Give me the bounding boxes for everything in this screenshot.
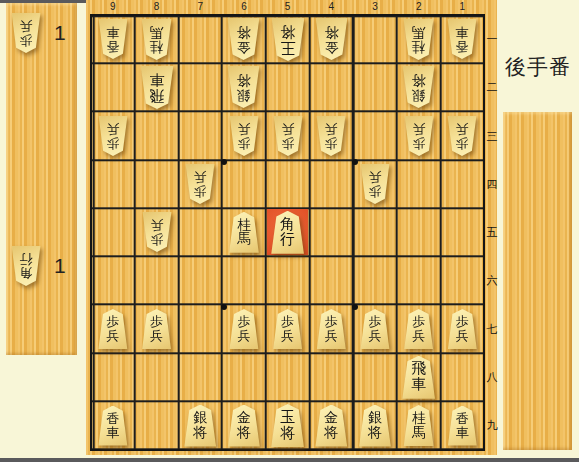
piece-飛車-sente: 飛車: [402, 356, 436, 399]
square-77[interactable]: [179, 306, 221, 352]
piece-歩兵-gote: 歩兵: [142, 212, 172, 252]
file-label-8: 8: [136, 0, 178, 13]
square-63[interactable]: 歩兵: [223, 113, 265, 159]
piece-銀将-sente: 銀将: [358, 405, 391, 447]
square-32[interactable]: [354, 64, 396, 110]
square-99[interactable]: 香車: [92, 402, 134, 448]
square-19[interactable]: 香車: [442, 402, 484, 448]
piece-歩兵-sente: 歩兵: [142, 309, 172, 349]
square-52[interactable]: [267, 64, 309, 110]
hand-piece-角行[interactable]: 角行1: [11, 246, 66, 286]
file-label-6: 6: [223, 0, 265, 13]
square-17[interactable]: 歩兵: [442, 306, 484, 352]
piece-歩兵-sente: 歩兵: [404, 309, 434, 349]
piece-飛車-gote: 飛車: [140, 66, 174, 109]
square-45[interactable]: [310, 209, 352, 255]
piece-金将-sente: 金将: [315, 405, 348, 447]
piece-歩兵-gote: 歩兵: [447, 116, 477, 156]
sente-captured-pieces-tray: [503, 112, 572, 450]
square-66[interactable]: [223, 257, 265, 303]
square-26[interactable]: [398, 257, 440, 303]
square-34[interactable]: 歩兵: [354, 161, 396, 207]
piece-香車-sente: 香車: [447, 406, 477, 446]
square-13[interactable]: 歩兵: [442, 113, 484, 159]
rank-label-4: 四: [486, 161, 498, 209]
piece-歩兵-sente: 歩兵: [447, 309, 477, 349]
square-95[interactable]: [92, 209, 134, 255]
piece-角行-sente: 角行: [271, 211, 305, 254]
square-37[interactable]: 歩兵: [354, 306, 396, 352]
piece-歩兵-sente: 歩兵: [273, 309, 303, 349]
piece-桂馬-sente: 桂馬: [403, 405, 434, 446]
piece-歩兵-sente: 歩兵: [360, 309, 390, 349]
square-21[interactable]: 桂馬: [398, 16, 440, 62]
square-89[interactable]: [136, 402, 178, 448]
piece-歩兵-sente: 歩兵: [98, 309, 128, 349]
shogi-board-grid: 香車桂馬金将王将金将桂馬香車飛車銀将銀将歩兵歩兵歩兵歩兵歩兵歩兵歩兵歩兵歩兵桂馬…: [90, 14, 485, 451]
square-55[interactable]: 角行: [267, 209, 309, 255]
square-86[interactable]: [136, 257, 178, 303]
square-12[interactable]: [442, 64, 484, 110]
rank-label-8: 八: [486, 354, 498, 402]
square-71[interactable]: [179, 16, 221, 62]
square-79[interactable]: 銀将: [179, 402, 221, 448]
file-label-4: 4: [310, 0, 352, 13]
square-54[interactable]: [267, 161, 309, 207]
square-22[interactable]: 銀将: [398, 64, 440, 110]
gote-captured-pieces-tray: 歩兵1角行1: [6, 3, 77, 355]
square-47[interactable]: 歩兵: [310, 306, 352, 352]
piece-香車-gote: 香車: [98, 19, 128, 59]
square-74[interactable]: 歩兵: [179, 161, 221, 207]
piece-桂馬-gote: 桂馬: [141, 19, 172, 60]
square-46[interactable]: [310, 257, 352, 303]
square-78[interactable]: [179, 354, 221, 400]
piece-香車-sente: 香車: [98, 406, 128, 446]
square-91[interactable]: 香車: [92, 16, 134, 62]
square-53[interactable]: 歩兵: [267, 113, 309, 159]
square-11[interactable]: 香車: [442, 16, 484, 62]
rank-label-2: 二: [486, 64, 498, 112]
square-58[interactable]: [267, 354, 309, 400]
hand-piece-count: 1: [54, 254, 66, 278]
hand-piece-歩兵[interactable]: 歩兵1: [11, 13, 66, 53]
square-76[interactable]: [179, 257, 221, 303]
rank-label-3: 三: [486, 113, 498, 161]
square-56[interactable]: [267, 257, 309, 303]
square-98[interactable]: [92, 354, 134, 400]
square-68[interactable]: [223, 354, 265, 400]
square-14[interactable]: [442, 161, 484, 207]
piece-歩兵-sente: 歩兵: [229, 309, 259, 349]
square-49[interactable]: 金将: [310, 402, 352, 448]
piece-金将-gote: 金将: [227, 18, 260, 60]
star-point: [221, 159, 227, 165]
hand-piece-count: 1: [54, 21, 66, 45]
square-24[interactable]: [398, 161, 440, 207]
file-label-3: 3: [354, 0, 396, 13]
window-bottom-edge: [0, 458, 579, 462]
square-23[interactable]: 歩兵: [398, 113, 440, 159]
square-27[interactable]: 歩兵: [398, 306, 440, 352]
square-41[interactable]: 金将: [310, 16, 352, 62]
square-72[interactable]: [179, 64, 221, 110]
square-97[interactable]: 歩兵: [92, 306, 134, 352]
square-18[interactable]: [442, 354, 484, 400]
square-94[interactable]: [92, 161, 134, 207]
square-28[interactable]: 飛車: [398, 354, 440, 400]
square-15[interactable]: [442, 209, 484, 255]
piece-銀将-gote: 銀将: [227, 66, 260, 108]
square-69[interactable]: 金将: [223, 402, 265, 448]
square-65[interactable]: 桂馬: [223, 209, 265, 255]
square-33[interactable]: [354, 113, 396, 159]
square-73[interactable]: [179, 113, 221, 159]
star-point: [352, 304, 358, 310]
piece-歩兵-gote: 歩兵: [273, 116, 303, 156]
square-39[interactable]: 銀将: [354, 402, 396, 448]
piece-歩兵-gote: 歩兵: [360, 164, 390, 204]
rank-label-1: 一: [486, 16, 498, 64]
rank-label-7: 七: [486, 306, 498, 354]
square-84[interactable]: [136, 161, 178, 207]
piece-金将-sente: 金将: [227, 405, 260, 447]
file-label-5: 5: [267, 0, 309, 13]
square-51[interactable]: 王将: [267, 16, 309, 62]
square-64[interactable]: [223, 161, 265, 207]
piece-香車-gote: 香車: [447, 19, 477, 59]
square-96[interactable]: [92, 257, 134, 303]
piece-歩兵-gote: 歩兵: [229, 116, 259, 156]
piece-銀将-sente: 銀将: [184, 405, 217, 447]
square-59[interactable]: 玉将: [267, 402, 309, 448]
turn-indicator: 後手番: [503, 53, 573, 81]
piece-歩兵-sente: 歩兵: [316, 309, 346, 349]
square-62[interactable]: 銀将: [223, 64, 265, 110]
square-16[interactable]: [442, 257, 484, 303]
file-label-9: 9: [92, 0, 134, 13]
file-label-7: 7: [179, 0, 221, 13]
square-44[interactable]: [310, 161, 352, 207]
square-48[interactable]: [310, 354, 352, 400]
square-31[interactable]: [354, 16, 396, 62]
square-88[interactable]: [136, 354, 178, 400]
square-93[interactable]: 歩兵: [92, 113, 134, 159]
square-75[interactable]: [179, 209, 221, 255]
square-57[interactable]: 歩兵: [267, 306, 309, 352]
square-38[interactable]: [354, 354, 396, 400]
piece-角行-gote: 角行: [11, 246, 41, 286]
square-36[interactable]: [354, 257, 396, 303]
square-85[interactable]: 歩兵: [136, 209, 178, 255]
rank-kanji-labels: 一二三四五六七八九: [486, 16, 498, 451]
square-81[interactable]: 桂馬: [136, 16, 178, 62]
piece-桂馬-gote: 桂馬: [403, 19, 434, 60]
file-label-1: 1: [442, 0, 484, 13]
square-83[interactable]: [136, 113, 178, 159]
square-25[interactable]: [398, 209, 440, 255]
square-35[interactable]: [354, 209, 396, 255]
file-number-labels: 987654321: [92, 0, 483, 13]
piece-金将-gote: 金将: [315, 18, 348, 60]
square-92[interactable]: [92, 64, 134, 110]
piece-王将-gote: 王将: [271, 18, 305, 61]
file-label-2: 2: [398, 0, 440, 13]
piece-歩兵-gote: 歩兵: [185, 164, 215, 204]
piece-歩兵-gote: 歩兵: [316, 116, 346, 156]
square-61[interactable]: 金将: [223, 16, 265, 62]
square-87[interactable]: 歩兵: [136, 306, 178, 352]
rank-label-9: 九: [486, 402, 498, 450]
square-82[interactable]: 飛車: [136, 64, 178, 110]
piece-歩兵-gote: 歩兵: [404, 116, 434, 156]
piece-銀将-gote: 銀将: [402, 66, 435, 108]
square-42[interactable]: [310, 64, 352, 110]
rank-label-6: 六: [486, 257, 498, 305]
piece-桂馬-sente: 桂馬: [228, 212, 259, 253]
square-43[interactable]: 歩兵: [310, 113, 352, 159]
square-29[interactable]: 桂馬: [398, 402, 440, 448]
piece-玉将-sente: 玉将: [271, 404, 305, 447]
square-67[interactable]: 歩兵: [223, 306, 265, 352]
piece-歩兵-gote: 歩兵: [11, 13, 41, 53]
shogi-board-block: 987654321 香車桂馬金将王将金将桂馬香車飛車銀将銀将歩兵歩兵歩兵歩兵歩兵…: [86, 0, 497, 455]
star-point: [221, 304, 227, 310]
piece-歩兵-gote: 歩兵: [98, 116, 128, 156]
rank-label-5: 五: [486, 209, 498, 257]
